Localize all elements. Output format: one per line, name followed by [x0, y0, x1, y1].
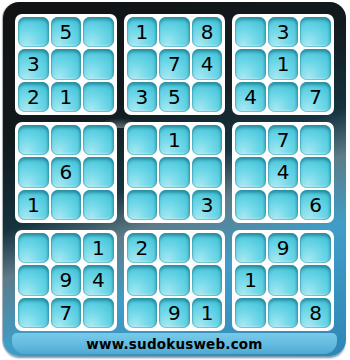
cell-r9c3[interactable] — [83, 298, 114, 328]
box-2-1: 61 — [15, 122, 117, 223]
cell-r5c6[interactable] — [192, 157, 223, 187]
cell-r9c6: 1 — [192, 298, 223, 328]
cell-r6c8[interactable] — [268, 190, 299, 220]
board-frame: 5321187435314761137461947291918 www.sudo… — [3, 2, 346, 356]
cell-r9c8[interactable] — [268, 298, 299, 328]
cell-r2c8: 1 — [268, 49, 299, 79]
cell-r4c6[interactable] — [192, 125, 223, 155]
cell-r7c7[interactable] — [235, 233, 266, 263]
cell-r3c8[interactable] — [268, 82, 299, 112]
cell-r7c2[interactable] — [51, 233, 82, 263]
cell-r5c7[interactable] — [235, 157, 266, 187]
cell-r6c9: 6 — [300, 190, 331, 220]
cell-r1c2: 5 — [51, 17, 82, 47]
cell-r7c6[interactable] — [192, 233, 223, 263]
cell-r7c4: 2 — [127, 233, 158, 263]
cell-r7c3: 1 — [83, 233, 114, 263]
cell-r7c8: 9 — [268, 233, 299, 263]
cell-r9c5: 9 — [159, 298, 190, 328]
cell-r4c2[interactable] — [51, 125, 82, 155]
cell-r1c6: 8 — [192, 17, 223, 47]
cell-r8c6[interactable] — [192, 265, 223, 295]
cell-r1c1[interactable] — [18, 17, 49, 47]
cell-r5c1[interactable] — [18, 157, 49, 187]
cell-r3c6[interactable] — [192, 82, 223, 112]
cell-r4c8: 7 — [268, 125, 299, 155]
cell-r8c8[interactable] — [268, 265, 299, 295]
cell-r1c8: 3 — [268, 17, 299, 47]
cell-r8c3: 4 — [83, 265, 114, 295]
cell-r9c2: 7 — [51, 298, 82, 328]
cell-r4c3[interactable] — [83, 125, 114, 155]
cell-r3c7: 4 — [235, 82, 266, 112]
box-1-2: 187435 — [124, 14, 226, 115]
box-1-3: 3147 — [232, 14, 334, 115]
cell-r9c9: 8 — [300, 298, 331, 328]
cell-r8c1[interactable] — [18, 265, 49, 295]
cell-r4c1[interactable] — [18, 125, 49, 155]
footer-bar: www.sudokusweb.com — [12, 333, 337, 354]
cell-r8c5[interactable] — [159, 265, 190, 295]
cell-r9c4[interactable] — [127, 298, 158, 328]
cell-r5c8: 4 — [268, 157, 299, 187]
cell-r8c9[interactable] — [300, 265, 331, 295]
cell-r3c4: 3 — [127, 82, 158, 112]
cell-r4c7[interactable] — [235, 125, 266, 155]
cell-r5c2: 6 — [51, 157, 82, 187]
box-1-1: 5321 — [15, 14, 117, 115]
cell-r2c3[interactable] — [83, 49, 114, 79]
box-2-3: 746 — [232, 122, 334, 223]
cell-r3c9: 7 — [300, 82, 331, 112]
cell-r6c7[interactable] — [235, 190, 266, 220]
cell-r3c1: 2 — [18, 82, 49, 112]
cell-r6c1: 1 — [18, 190, 49, 220]
cell-r3c5: 5 — [159, 82, 190, 112]
cell-r3c2: 1 — [51, 82, 82, 112]
cell-r1c3[interactable] — [83, 17, 114, 47]
cell-r6c5[interactable] — [159, 190, 190, 220]
cell-r2c9[interactable] — [300, 49, 331, 79]
cell-r7c5[interactable] — [159, 233, 190, 263]
cell-r5c4[interactable] — [127, 157, 158, 187]
cell-r5c3[interactable] — [83, 157, 114, 187]
cell-r5c5[interactable] — [159, 157, 190, 187]
cell-r1c4: 1 — [127, 17, 158, 47]
cell-r1c9[interactable] — [300, 17, 331, 47]
cell-r7c1[interactable] — [18, 233, 49, 263]
cell-r1c7[interactable] — [235, 17, 266, 47]
cell-r3c3[interactable] — [83, 82, 114, 112]
box-2-2: 13 — [124, 122, 226, 223]
cell-r6c3[interactable] — [83, 190, 114, 220]
cell-r2c7[interactable] — [235, 49, 266, 79]
cell-r6c2[interactable] — [51, 190, 82, 220]
cell-r2c4[interactable] — [127, 49, 158, 79]
cell-r2c6: 4 — [192, 49, 223, 79]
cell-r4c9[interactable] — [300, 125, 331, 155]
sudoku-page: 5321187435314761137461947291918 www.sudo… — [0, 0, 350, 360]
sudoku-board: 5321187435314761137461947291918 — [15, 14, 334, 331]
cell-r4c5: 1 — [159, 125, 190, 155]
cell-r8c4[interactable] — [127, 265, 158, 295]
cell-r1c5[interactable] — [159, 17, 190, 47]
cell-r8c7: 1 — [235, 265, 266, 295]
cell-r9c1[interactable] — [18, 298, 49, 328]
cell-r4c4[interactable] — [127, 125, 158, 155]
box-3-3: 918 — [232, 230, 334, 331]
box-3-1: 1947 — [15, 230, 117, 331]
box-3-2: 291 — [124, 230, 226, 331]
cell-r7c9[interactable] — [300, 233, 331, 263]
cell-r5c9[interactable] — [300, 157, 331, 187]
cell-r2c5: 7 — [159, 49, 190, 79]
website-url[interactable]: www.sudokusweb.com — [86, 336, 262, 352]
cell-r8c2: 9 — [51, 265, 82, 295]
cell-r6c6: 3 — [192, 190, 223, 220]
cell-r9c7[interactable] — [235, 298, 266, 328]
cell-r2c1: 3 — [18, 49, 49, 79]
cell-r2c2[interactable] — [51, 49, 82, 79]
cell-r6c4[interactable] — [127, 190, 158, 220]
